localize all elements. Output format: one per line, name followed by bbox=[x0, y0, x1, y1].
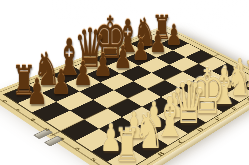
piece-black-pawn-h7: ♟ bbox=[165, 22, 182, 50]
piece-black-pawn-f7: ♟ bbox=[132, 34, 150, 64]
pieces-layer: ♜♞♝♛♚♝♞♜♟♟♟♟♟♟♟♟♟♟♟♟♟♟♟♟♜♞♝♛♚♝♞♜ bbox=[0, 0, 249, 165]
piece-black-pawn-a7: ♟ bbox=[27, 74, 48, 109]
piece-black-pawn-e7: ♟ bbox=[113, 41, 131, 72]
piece-black-pawn-d7: ♟ bbox=[94, 49, 113, 81]
piece-black-pawn-g7: ♟ bbox=[149, 28, 166, 57]
photo-frame: ABCDEFGH 12345678 ♜♞♝♛♚♝♞♜♟♟♟♟♟♟♟♟♟♟♟♟♟♟… bbox=[0, 0, 249, 165]
piece-white-rook-a1: ♜ bbox=[114, 123, 141, 165]
piece-black-pawn-c7: ♟ bbox=[73, 57, 93, 90]
piece-black-pawn-b7: ♟ bbox=[51, 65, 71, 99]
